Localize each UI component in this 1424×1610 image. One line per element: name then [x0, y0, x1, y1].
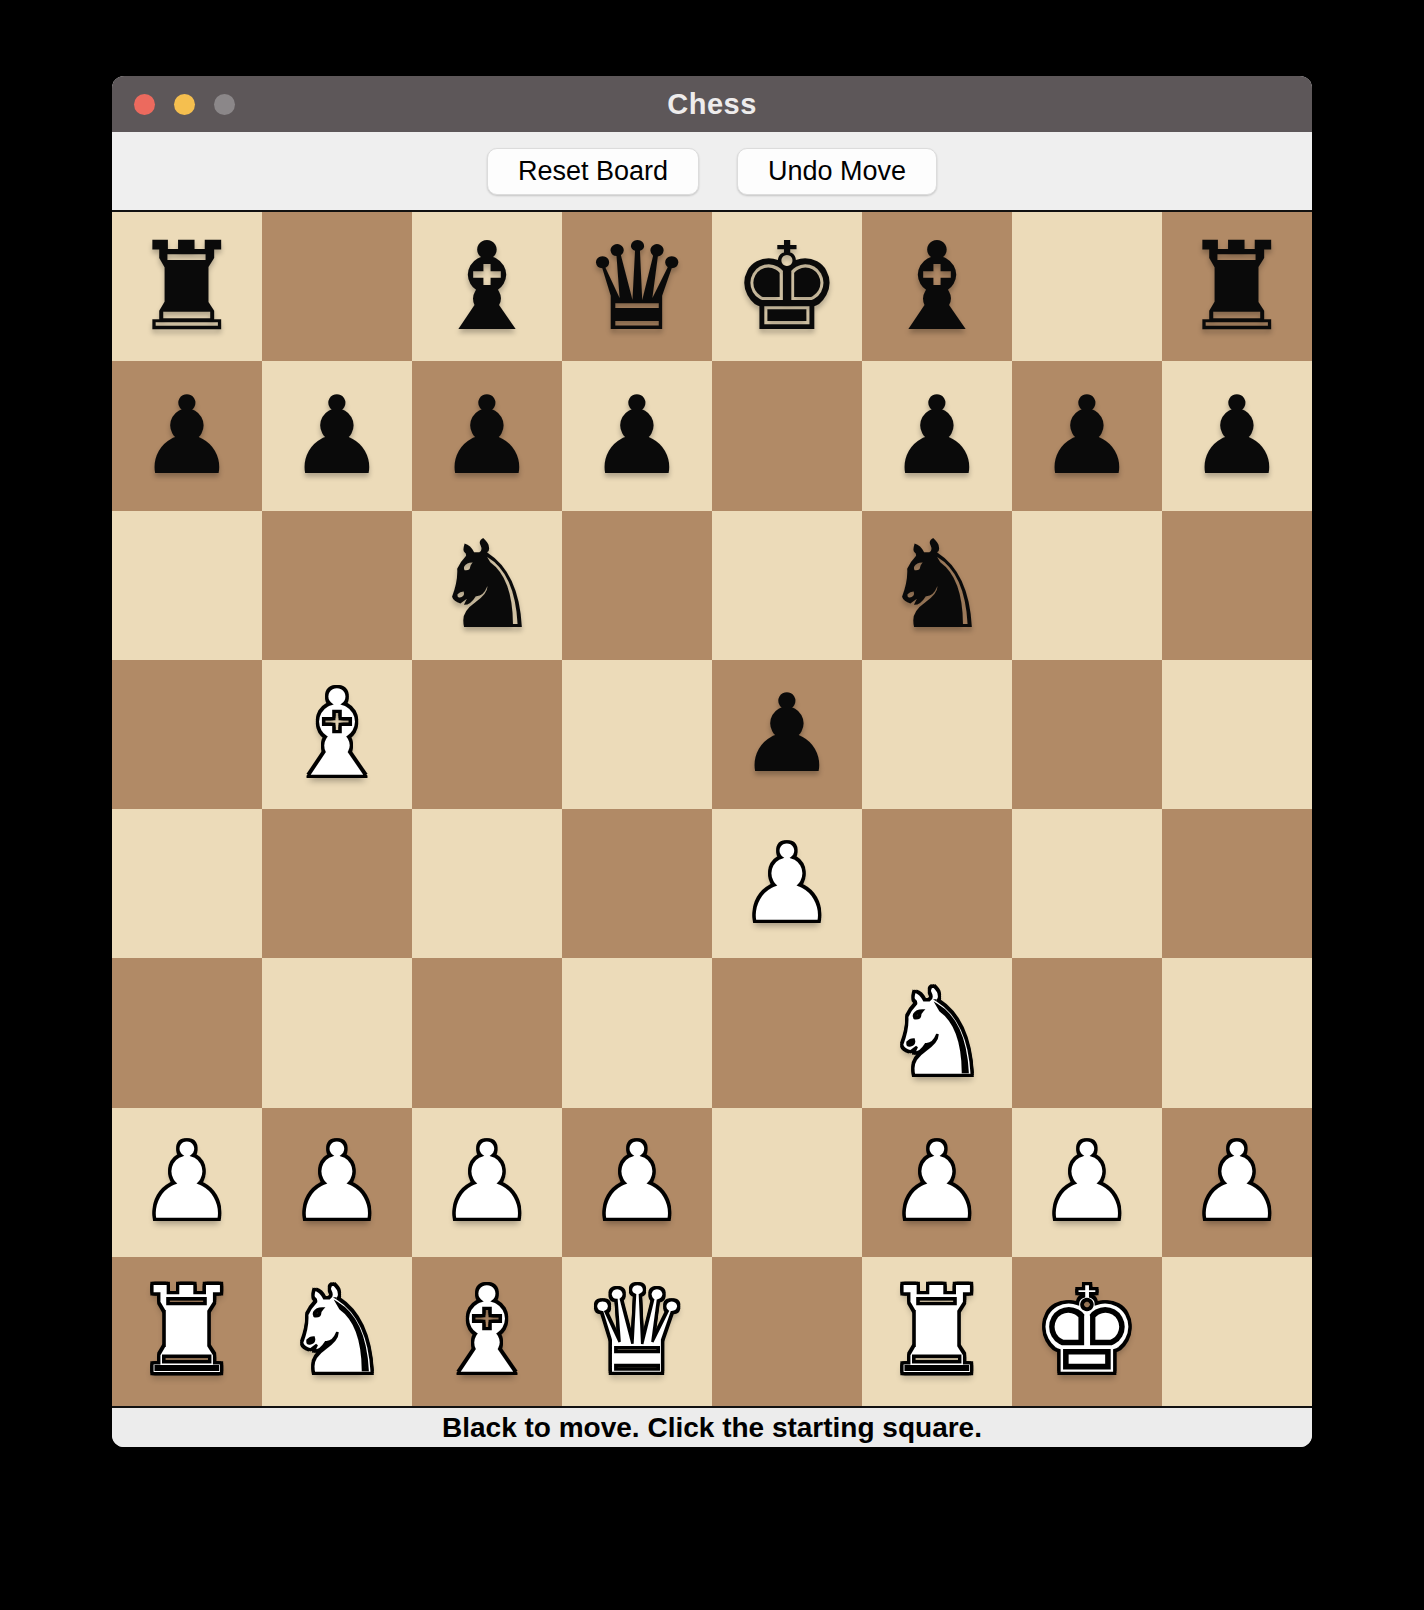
square-e1[interactable]: [712, 1257, 862, 1406]
square-b2[interactable]: ♟: [262, 1108, 412, 1257]
minimize-button[interactable]: [174, 94, 195, 115]
chess-window: Chess Reset Board Undo Move ♜♝♛♚♝♜♟♟♟♟♟♟…: [112, 76, 1312, 1447]
square-d4[interactable]: [562, 809, 712, 958]
square-f3[interactable]: ♞: [862, 958, 1012, 1107]
square-g6[interactable]: [1012, 511, 1162, 660]
square-b4[interactable]: [262, 809, 412, 958]
square-d6[interactable]: [562, 511, 712, 660]
square-h8[interactable]: ♜: [1162, 212, 1312, 361]
black-pawn: ♟: [289, 382, 386, 490]
square-h6[interactable]: [1162, 511, 1312, 660]
square-e7[interactable]: [712, 361, 862, 510]
square-h2[interactable]: ♟: [1162, 1108, 1312, 1257]
black-pawn: ♟: [439, 382, 536, 490]
square-g4[interactable]: [1012, 809, 1162, 958]
square-h7[interactable]: ♟: [1162, 361, 1312, 510]
square-f8[interactable]: ♝: [862, 212, 1012, 361]
white-knight: ♞: [882, 972, 991, 1094]
square-a5[interactable]: [112, 660, 262, 809]
white-bishop: ♝: [282, 673, 391, 795]
black-rook: ♜: [132, 226, 241, 348]
square-h1[interactable]: [1162, 1257, 1312, 1406]
black-pawn: ♟: [739, 680, 836, 788]
square-a1[interactable]: ♜: [112, 1257, 262, 1406]
window-title: Chess: [667, 88, 757, 121]
black-bishop: ♝: [432, 226, 541, 348]
square-e3[interactable]: [712, 958, 862, 1107]
square-c1[interactable]: ♝: [412, 1257, 562, 1406]
square-g2[interactable]: ♟: [1012, 1108, 1162, 1257]
square-e4[interactable]: ♟: [712, 809, 862, 958]
square-a3[interactable]: [112, 958, 262, 1107]
white-pawn: ♟: [889, 1128, 986, 1236]
white-pawn: ♟: [589, 1128, 686, 1236]
square-a6[interactable]: [112, 511, 262, 660]
chess-board: ♜♝♛♚♝♜♟♟♟♟♟♟♟♞♞♝♟♟♞♟♟♟♟♟♟♟♜♞♝♛♜♚: [112, 210, 1312, 1408]
square-e6[interactable]: [712, 511, 862, 660]
black-queen: ♛: [582, 226, 691, 348]
white-queen: ♛: [582, 1270, 691, 1392]
square-c5[interactable]: [412, 660, 562, 809]
white-rook: ♜: [132, 1270, 241, 1392]
white-bishop: ♝: [432, 1270, 541, 1392]
square-c8[interactable]: ♝: [412, 212, 562, 361]
black-pawn: ♟: [1039, 382, 1136, 490]
square-g8[interactable]: [1012, 212, 1162, 361]
white-pawn: ♟: [439, 1128, 536, 1236]
square-b5[interactable]: ♝: [262, 660, 412, 809]
white-king: ♚: [1032, 1270, 1141, 1392]
white-pawn: ♟: [739, 830, 836, 938]
black-rook: ♜: [1182, 226, 1291, 348]
square-c4[interactable]: [412, 809, 562, 958]
reset-board-button[interactable]: Reset Board: [487, 148, 699, 195]
title-bar[interactable]: Chess: [112, 76, 1312, 132]
black-pawn: ♟: [589, 382, 686, 490]
black-knight: ♞: [882, 524, 991, 646]
square-d1[interactable]: ♛: [562, 1257, 712, 1406]
square-e8[interactable]: ♚: [712, 212, 862, 361]
square-f6[interactable]: ♞: [862, 511, 1012, 660]
square-e2[interactable]: [712, 1108, 862, 1257]
black-king: ♚: [732, 226, 841, 348]
square-h4[interactable]: [1162, 809, 1312, 958]
square-c2[interactable]: ♟: [412, 1108, 562, 1257]
square-f4[interactable]: [862, 809, 1012, 958]
square-a7[interactable]: ♟: [112, 361, 262, 510]
square-c6[interactable]: ♞: [412, 511, 562, 660]
square-d3[interactable]: [562, 958, 712, 1107]
square-a2[interactable]: ♟: [112, 1108, 262, 1257]
square-b6[interactable]: [262, 511, 412, 660]
square-f1[interactable]: ♜: [862, 1257, 1012, 1406]
black-pawn: ♟: [1189, 382, 1286, 490]
square-b3[interactable]: [262, 958, 412, 1107]
white-pawn: ♟: [289, 1128, 386, 1236]
black-pawn: ♟: [889, 382, 986, 490]
white-pawn: ♟: [1189, 1128, 1286, 1236]
square-g3[interactable]: [1012, 958, 1162, 1107]
square-f2[interactable]: ♟: [862, 1108, 1012, 1257]
black-bishop: ♝: [882, 226, 991, 348]
status-bar: Black to move. Click the starting square…: [112, 1408, 1312, 1447]
square-b7[interactable]: ♟: [262, 361, 412, 510]
undo-move-button[interactable]: Undo Move: [737, 148, 937, 195]
square-c3[interactable]: [412, 958, 562, 1107]
square-a8[interactable]: ♜: [112, 212, 262, 361]
black-pawn: ♟: [139, 382, 236, 490]
square-g1[interactable]: ♚: [1012, 1257, 1162, 1406]
square-d7[interactable]: ♟: [562, 361, 712, 510]
zoom-button: [214, 94, 235, 115]
close-button[interactable]: [134, 94, 155, 115]
square-h5[interactable]: [1162, 660, 1312, 809]
square-f7[interactable]: ♟: [862, 361, 1012, 510]
square-h3[interactable]: [1162, 958, 1312, 1107]
white-knight: ♞: [282, 1270, 391, 1392]
square-f5[interactable]: [862, 660, 1012, 809]
square-d5[interactable]: [562, 660, 712, 809]
square-b8[interactable]: [262, 212, 412, 361]
square-b1[interactable]: ♞: [262, 1257, 412, 1406]
traffic-lights: [134, 76, 235, 132]
square-c7[interactable]: ♟: [412, 361, 562, 510]
white-pawn: ♟: [1039, 1128, 1136, 1236]
status-text: Black to move. Click the starting square…: [442, 1412, 982, 1444]
white-pawn: ♟: [139, 1128, 236, 1236]
square-a4[interactable]: [112, 809, 262, 958]
toolbar: Reset Board Undo Move: [112, 132, 1312, 210]
black-knight: ♞: [432, 524, 541, 646]
white-rook: ♜: [882, 1270, 991, 1392]
square-g7[interactable]: ♟: [1012, 361, 1162, 510]
square-e5[interactable]: ♟: [712, 660, 862, 809]
square-g5[interactable]: [1012, 660, 1162, 809]
square-d8[interactable]: ♛: [562, 212, 712, 361]
square-d2[interactable]: ♟: [562, 1108, 712, 1257]
